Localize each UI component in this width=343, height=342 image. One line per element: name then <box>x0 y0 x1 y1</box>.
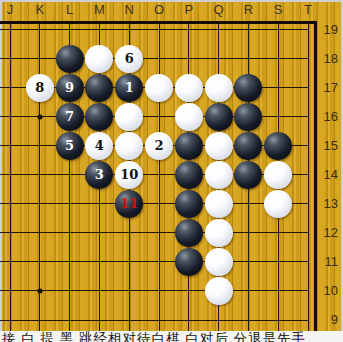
grid-hline <box>0 290 309 291</box>
stone-R17[interactable] <box>234 74 262 102</box>
coord-label-right: 11 <box>316 255 338 269</box>
stone-Q11[interactable] <box>205 248 233 276</box>
stone-P14[interactable] <box>175 161 203 189</box>
stone-N17[interactable]: 1 <box>115 74 143 102</box>
coord-label-top: J <box>7 2 14 18</box>
stone-M15[interactable]: 4 <box>85 132 113 160</box>
coord-label-top: M <box>94 2 105 18</box>
stone-L15[interactable]: 5 <box>56 132 84 160</box>
move-number-10: 10 <box>120 168 138 181</box>
star-point <box>37 288 42 293</box>
grid-hline <box>0 116 309 117</box>
stone-N15[interactable] <box>115 132 143 160</box>
coord-label-right: 15 <box>316 139 338 153</box>
stone-L18[interactable] <box>56 45 84 73</box>
stone-P13[interactable] <box>175 190 203 218</box>
coord-label-top: T <box>304 2 312 18</box>
move-number-8: 8 <box>35 81 44 94</box>
coord-label-right: 18 <box>316 52 338 66</box>
caption-text: 接 白 提 黑 跳经相对待白棋 白对后 分退是先手 <box>0 331 343 342</box>
grid-vline <box>39 22 40 331</box>
stone-M16[interactable] <box>85 103 113 131</box>
move-number-11: 11 <box>120 197 138 210</box>
coord-label-right: 17 <box>316 81 338 95</box>
coord-label-right: 14 <box>316 168 338 182</box>
grid-hline <box>0 203 309 204</box>
stone-R15[interactable] <box>234 132 262 160</box>
coord-label-top: S <box>274 2 283 18</box>
move-number-1: 1 <box>125 81 134 94</box>
stone-P11[interactable] <box>175 248 203 276</box>
stone-R14[interactable] <box>234 161 262 189</box>
coord-label-right: 19 <box>316 23 338 37</box>
coord-label-top: Q <box>214 2 224 18</box>
stone-L16[interactable]: 7 <box>56 103 84 131</box>
coord-label-top: P <box>184 2 193 18</box>
board-top-edge <box>0 21 317 24</box>
grid-vline <box>10 22 11 331</box>
stone-Q15[interactable] <box>205 132 233 160</box>
move-number-3: 3 <box>95 168 104 181</box>
stone-N13[interactable]: 11 <box>115 190 143 218</box>
move-number-4: 4 <box>95 139 104 152</box>
stone-P12[interactable] <box>175 219 203 247</box>
grid-hline <box>0 29 309 30</box>
stone-N14[interactable]: 10 <box>115 161 143 189</box>
stone-S15[interactable] <box>264 132 292 160</box>
stone-L17[interactable]: 9 <box>56 74 84 102</box>
stone-S13[interactable] <box>264 190 292 218</box>
coord-label-top: L <box>66 2 73 18</box>
coord-label-top: R <box>244 2 253 18</box>
move-number-2: 2 <box>154 139 163 152</box>
move-number-7: 7 <box>65 110 74 123</box>
stone-Q17[interactable] <box>205 74 233 102</box>
grid-hline <box>0 261 309 262</box>
grid-hline <box>0 320 309 321</box>
coord-label-top: K <box>35 2 44 18</box>
stone-Q14[interactable] <box>205 161 233 189</box>
stone-R16[interactable] <box>234 103 262 131</box>
stone-N18[interactable]: 6 <box>115 45 143 73</box>
stone-M18[interactable] <box>85 45 113 73</box>
stone-S14[interactable] <box>264 161 292 189</box>
coord-label-top: O <box>154 2 164 18</box>
grid-hline <box>0 232 309 233</box>
stone-O17[interactable] <box>145 74 173 102</box>
coord-label-right: 12 <box>316 226 338 240</box>
coord-label-right: 13 <box>316 197 338 211</box>
stone-Q16[interactable] <box>205 103 233 131</box>
coord-label-right: 16 <box>316 110 338 124</box>
stone-N16[interactable] <box>115 103 143 131</box>
stone-Q10[interactable] <box>205 277 233 305</box>
star-point <box>37 114 42 119</box>
grid-hline <box>0 58 309 59</box>
stone-Q13[interactable] <box>205 190 233 218</box>
move-number-6: 6 <box>125 52 134 65</box>
stone-P16[interactable] <box>175 103 203 131</box>
grid-vline <box>159 22 160 331</box>
move-number-9: 9 <box>65 81 74 94</box>
coord-label-right: 9 <box>316 313 338 327</box>
stone-K17[interactable]: 8 <box>26 74 54 102</box>
move-number-5: 5 <box>65 139 74 152</box>
stone-Q12[interactable] <box>205 219 233 247</box>
stone-M14[interactable]: 3 <box>85 161 113 189</box>
grid-vline <box>308 22 309 331</box>
go-diagram: JKLMNOPQRST19181716151413121110968917542… <box>0 0 343 342</box>
coord-label-right: 10 <box>316 284 338 298</box>
board-right-edge <box>314 21 317 331</box>
stone-M17[interactable] <box>85 74 113 102</box>
coord-label-top: N <box>124 2 133 18</box>
stone-O15[interactable]: 2 <box>145 132 173 160</box>
stone-P17[interactable] <box>175 74 203 102</box>
stone-P15[interactable] <box>175 132 203 160</box>
grid-hline <box>0 174 309 175</box>
